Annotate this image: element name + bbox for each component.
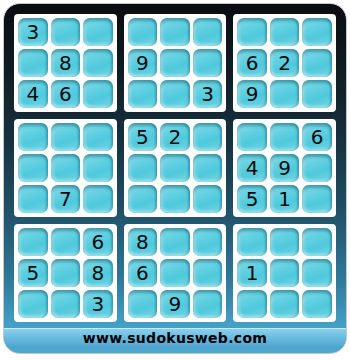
sudoku-cell-r8c4[interactable]: 6 <box>128 259 158 287</box>
sudoku-cell-r9c6[interactable] <box>193 290 223 318</box>
sudoku-cell-r2c1[interactable] <box>18 49 48 77</box>
sudoku-cell-r8c1[interactable]: 5 <box>18 259 48 287</box>
sudoku-cell-r1c8[interactable] <box>270 18 300 46</box>
sudoku-cell-r5c1[interactable] <box>18 154 48 182</box>
sudoku-page: 3846936297526495165838691 www.sudokusweb… <box>0 0 350 360</box>
sudoku-cell-r8c9[interactable] <box>302 259 332 287</box>
sudoku-cell-r9c1[interactable] <box>18 290 48 318</box>
sudoku-cell-r6c5[interactable] <box>160 185 190 213</box>
sudoku-cell-r6c7[interactable]: 5 <box>237 185 267 213</box>
sudoku-box-2: 93 <box>124 14 227 112</box>
sudoku-cell-r9c3[interactable]: 3 <box>83 290 113 318</box>
sudoku-cell-r3c2[interactable]: 6 <box>51 80 81 108</box>
sudoku-cell-r3c5[interactable] <box>160 80 190 108</box>
sudoku-cell-r9c9[interactable] <box>302 290 332 318</box>
sudoku-cell-r2c4[interactable]: 9 <box>128 49 158 77</box>
website-url[interactable]: www.sudokusweb.com <box>83 330 267 346</box>
sudoku-cell-r5c6[interactable] <box>193 154 223 182</box>
sudoku-cell-r2c6[interactable] <box>193 49 223 77</box>
footer-bar: www.sudokusweb.com <box>4 328 346 348</box>
sudoku-cell-r6c9[interactable] <box>302 185 332 213</box>
sudoku-cell-r8c3[interactable]: 8 <box>83 259 113 287</box>
sudoku-cell-r5c9[interactable] <box>302 154 332 182</box>
sudoku-box-9: 1 <box>233 224 336 322</box>
sudoku-cell-r3c8[interactable] <box>270 80 300 108</box>
sudoku-box-6: 64951 <box>233 119 336 217</box>
sudoku-cell-r8c5[interactable] <box>160 259 190 287</box>
sudoku-cell-r1c7[interactable] <box>237 18 267 46</box>
sudoku-cell-r1c3[interactable] <box>83 18 113 46</box>
sudoku-cell-r9c2[interactable] <box>51 290 81 318</box>
sudoku-cell-r6c1[interactable] <box>18 185 48 213</box>
sudoku-cell-r6c2[interactable]: 7 <box>51 185 81 213</box>
sudoku-box-4: 7 <box>14 119 117 217</box>
sudoku-box-1: 3846 <box>14 14 117 112</box>
sudoku-cell-r8c2[interactable] <box>51 259 81 287</box>
sudoku-cell-r5c8[interactable]: 9 <box>270 154 300 182</box>
sudoku-cell-r4c7[interactable] <box>237 123 267 151</box>
sudoku-cell-r3c9[interactable] <box>302 80 332 108</box>
sudoku-box-8: 869 <box>124 224 227 322</box>
sudoku-cell-r6c4[interactable] <box>128 185 158 213</box>
sudoku-cell-r7c5[interactable] <box>160 228 190 256</box>
sudoku-cell-r3c4[interactable] <box>128 80 158 108</box>
sudoku-cell-r3c6[interactable]: 3 <box>193 80 223 108</box>
sudoku-cell-r4c4[interactable]: 5 <box>128 123 158 151</box>
sudoku-cell-r3c1[interactable]: 4 <box>18 80 48 108</box>
sudoku-cell-r9c4[interactable] <box>128 290 158 318</box>
sudoku-cell-r9c8[interactable] <box>270 290 300 318</box>
sudoku-cell-r1c2[interactable] <box>51 18 81 46</box>
sudoku-cell-r8c8[interactable] <box>270 259 300 287</box>
sudoku-cell-r2c7[interactable]: 6 <box>237 49 267 77</box>
sudoku-cell-r7c4[interactable]: 8 <box>128 228 158 256</box>
sudoku-board: 3846936297526495165838691 www.sudokusweb… <box>3 3 347 354</box>
sudoku-cell-r2c2[interactable]: 8 <box>51 49 81 77</box>
sudoku-cell-r2c5[interactable] <box>160 49 190 77</box>
sudoku-cell-r8c7[interactable]: 1 <box>237 259 267 287</box>
sudoku-cell-r9c5[interactable]: 9 <box>160 290 190 318</box>
sudoku-cell-r4c5[interactable]: 2 <box>160 123 190 151</box>
sudoku-cell-r7c9[interactable] <box>302 228 332 256</box>
sudoku-cell-r7c3[interactable]: 6 <box>83 228 113 256</box>
sudoku-cell-r4c2[interactable] <box>51 123 81 151</box>
sudoku-cell-r2c9[interactable] <box>302 49 332 77</box>
sudoku-box-3: 629 <box>233 14 336 112</box>
sudoku-grid: 3846936297526495165838691 <box>14 14 336 322</box>
sudoku-cell-r1c4[interactable] <box>128 18 158 46</box>
sudoku-cell-r7c6[interactable] <box>193 228 223 256</box>
sudoku-cell-r1c6[interactable] <box>193 18 223 46</box>
sudoku-cell-r4c1[interactable] <box>18 123 48 151</box>
sudoku-cell-r3c7[interactable]: 9 <box>237 80 267 108</box>
sudoku-cell-r5c4[interactable] <box>128 154 158 182</box>
sudoku-cell-r9c7[interactable] <box>237 290 267 318</box>
sudoku-cell-r4c6[interactable] <box>193 123 223 151</box>
sudoku-cell-r6c8[interactable]: 1 <box>270 185 300 213</box>
sudoku-cell-r4c8[interactable] <box>270 123 300 151</box>
sudoku-cell-r7c8[interactable] <box>270 228 300 256</box>
sudoku-cell-r8c6[interactable] <box>193 259 223 287</box>
sudoku-cell-r1c9[interactable] <box>302 18 332 46</box>
sudoku-cell-r2c8[interactable]: 2 <box>270 49 300 77</box>
sudoku-cell-r6c6[interactable] <box>193 185 223 213</box>
sudoku-cell-r6c3[interactable] <box>83 185 113 213</box>
sudoku-cell-r2c3[interactable] <box>83 49 113 77</box>
sudoku-cell-r7c1[interactable] <box>18 228 48 256</box>
sudoku-cell-r5c5[interactable] <box>160 154 190 182</box>
sudoku-cell-r1c5[interactable] <box>160 18 190 46</box>
sudoku-cell-r7c2[interactable] <box>51 228 81 256</box>
sudoku-cell-r4c3[interactable] <box>83 123 113 151</box>
sudoku-cell-r3c3[interactable] <box>83 80 113 108</box>
sudoku-cell-r4c9[interactable]: 6 <box>302 123 332 151</box>
sudoku-cell-r5c2[interactable] <box>51 154 81 182</box>
sudoku-cell-r5c3[interactable] <box>83 154 113 182</box>
sudoku-cell-r7c7[interactable] <box>237 228 267 256</box>
sudoku-box-5: 52 <box>124 119 227 217</box>
sudoku-cell-r1c1[interactable]: 3 <box>18 18 48 46</box>
sudoku-box-7: 6583 <box>14 224 117 322</box>
sudoku-cell-r5c7[interactable]: 4 <box>237 154 267 182</box>
